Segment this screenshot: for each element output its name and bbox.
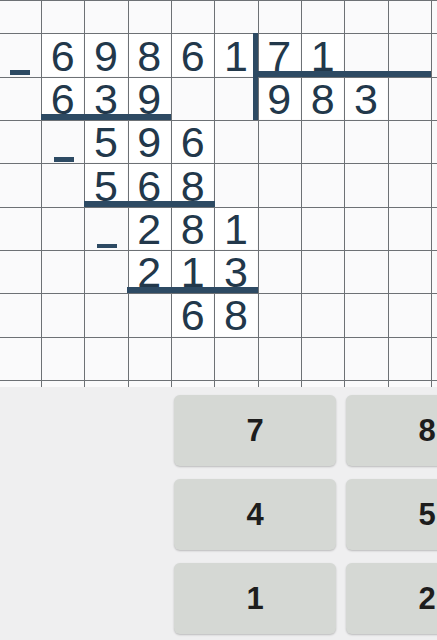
board-digit: 5 (84, 163, 127, 206)
board-digit: 6 (171, 120, 214, 163)
grid-line-horizontal (0, 163, 437, 164)
board-digit: 9 (84, 33, 127, 76)
board-digit: 9 (128, 77, 171, 120)
board-digit: 6 (171, 293, 214, 336)
grid-line-horizontal (0, 0, 437, 1)
minus-sign (10, 70, 30, 75)
minus-sign (54, 157, 74, 162)
board-digit: 3 (84, 77, 127, 120)
board-digit: 8 (128, 33, 171, 76)
app-screen: 698617163998359656828121368 784512 (0, 0, 437, 640)
grid-line-vertical (344, 0, 345, 387)
board-digit: 9 (128, 120, 171, 163)
grid-line-vertical (388, 0, 389, 387)
minus-sign (97, 244, 117, 249)
board-digit: 1 (301, 33, 344, 76)
board-digit: 7 (258, 33, 301, 76)
board-digit: 6 (41, 33, 84, 76)
key-5[interactable]: 5 (346, 479, 437, 550)
board-digit: 8 (171, 207, 214, 250)
grid-line-horizontal (0, 380, 437, 381)
board-digit: 6 (128, 163, 171, 206)
keypad-panel: 784512 (0, 387, 437, 640)
key-7[interactable]: 7 (174, 395, 336, 466)
key-8[interactable]: 8 (346, 395, 437, 466)
key-4[interactable]: 4 (174, 479, 336, 550)
board-digit: 8 (214, 293, 257, 336)
key-2[interactable]: 2 (346, 563, 437, 634)
board-digit: 1 (171, 250, 214, 293)
board-digit: 1 (214, 207, 257, 250)
board-digit: 6 (41, 77, 84, 120)
board-digit: 8 (301, 77, 344, 120)
board-digit: 8 (171, 163, 214, 206)
board-digit: 6 (171, 33, 214, 76)
board-digit: 9 (258, 77, 301, 120)
division-worksheet-grid: 698617163998359656828121368 (0, 0, 437, 387)
board-digit: 2 (128, 207, 171, 250)
board-digit: 5 (84, 120, 127, 163)
grid-line-horizontal (0, 337, 437, 338)
board-digit: 1 (214, 33, 257, 76)
grid-line-vertical (431, 0, 432, 387)
board-digit: 3 (344, 77, 387, 120)
board-digit: 3 (214, 250, 257, 293)
key-1[interactable]: 1 (174, 563, 336, 634)
board-digit: 2 (128, 250, 171, 293)
